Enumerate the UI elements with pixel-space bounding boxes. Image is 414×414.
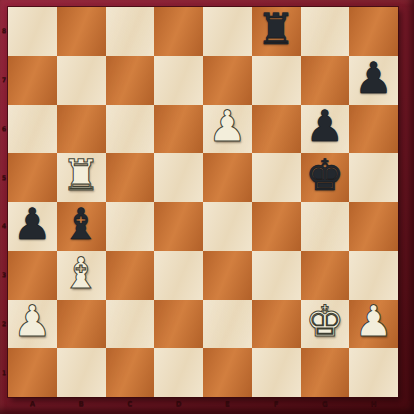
square-b5[interactable]: ♜ xyxy=(57,153,106,202)
square-h6[interactable] xyxy=(349,105,398,154)
black-pawn[interactable]: ♟ xyxy=(13,203,52,246)
square-c4[interactable] xyxy=(106,202,155,251)
square-e7[interactable] xyxy=(203,56,252,105)
square-b6[interactable] xyxy=(57,105,106,154)
square-e1[interactable] xyxy=(203,348,252,397)
white-king[interactable]: ♚ xyxy=(306,300,345,343)
square-d1[interactable] xyxy=(154,348,203,397)
square-f2[interactable] xyxy=(252,300,301,349)
square-h2[interactable]: ♟ xyxy=(349,300,398,349)
square-a2[interactable]: ♟ xyxy=(8,300,57,349)
square-h1[interactable] xyxy=(349,348,398,397)
black-pawn[interactable]: ♟ xyxy=(354,57,393,100)
rank-label-5: 5 xyxy=(0,153,8,202)
black-rook[interactable]: ♜ xyxy=(257,8,296,51)
square-d4[interactable] xyxy=(154,202,203,251)
square-h3[interactable] xyxy=(349,251,398,300)
square-c3[interactable] xyxy=(106,251,155,300)
black-king[interactable]: ♚ xyxy=(306,154,345,197)
square-d5[interactable] xyxy=(154,153,203,202)
rank-label-6: 6 xyxy=(0,105,8,154)
square-g4[interactable] xyxy=(301,202,350,251)
square-c6[interactable] xyxy=(106,105,155,154)
file-label-b: B xyxy=(57,397,106,414)
square-c5[interactable] xyxy=(106,153,155,202)
square-d8[interactable] xyxy=(154,7,203,56)
square-d7[interactable] xyxy=(154,56,203,105)
file-label-g: G xyxy=(301,397,350,414)
square-g3[interactable] xyxy=(301,251,350,300)
white-rook[interactable]: ♜ xyxy=(62,154,101,197)
square-h7[interactable]: ♟ xyxy=(349,56,398,105)
square-e3[interactable] xyxy=(203,251,252,300)
square-h8[interactable] xyxy=(349,7,398,56)
square-a5[interactable] xyxy=(8,153,57,202)
file-label-f: F xyxy=(252,397,301,414)
square-g6[interactable]: ♟ xyxy=(301,105,350,154)
square-f8[interactable]: ♜ xyxy=(252,7,301,56)
square-d2[interactable] xyxy=(154,300,203,349)
square-g2[interactable]: ♚ xyxy=(301,300,350,349)
square-a1[interactable] xyxy=(8,348,57,397)
square-g1[interactable] xyxy=(301,348,350,397)
square-b8[interactable] xyxy=(57,7,106,56)
square-b3[interactable]: ♝ xyxy=(57,251,106,300)
rank-label-1: 1 xyxy=(0,348,8,397)
chess-board-frame: 87654321 ABCDEFGH ♜♟♟♟♜♚♟♝♝♟♚♟ xyxy=(0,0,414,414)
rank-labels: 87654321 xyxy=(0,7,8,397)
square-g5[interactable]: ♚ xyxy=(301,153,350,202)
file-labels: ABCDEFGH xyxy=(8,397,398,414)
square-e4[interactable] xyxy=(203,202,252,251)
white-pawn[interactable]: ♟ xyxy=(208,105,247,148)
square-b1[interactable] xyxy=(57,348,106,397)
square-c1[interactable] xyxy=(106,348,155,397)
square-f3[interactable] xyxy=(252,251,301,300)
square-a3[interactable] xyxy=(8,251,57,300)
square-a4[interactable]: ♟ xyxy=(8,202,57,251)
chess-board: ♜♟♟♟♜♚♟♝♝♟♚♟ xyxy=(8,7,398,397)
white-pawn[interactable]: ♟ xyxy=(354,300,393,343)
square-h4[interactable] xyxy=(349,202,398,251)
file-label-h: H xyxy=(349,397,398,414)
square-b7[interactable] xyxy=(57,56,106,105)
square-a7[interactable] xyxy=(8,56,57,105)
square-g8[interactable] xyxy=(301,7,350,56)
square-d3[interactable] xyxy=(154,251,203,300)
square-f5[interactable] xyxy=(252,153,301,202)
square-f1[interactable] xyxy=(252,348,301,397)
square-e6[interactable]: ♟ xyxy=(203,105,252,154)
rank-label-4: 4 xyxy=(0,202,8,251)
square-c7[interactable] xyxy=(106,56,155,105)
square-h5[interactable] xyxy=(349,153,398,202)
black-bishop[interactable]: ♝ xyxy=(62,203,101,246)
rank-label-8: 8 xyxy=(0,7,8,56)
square-d6[interactable] xyxy=(154,105,203,154)
square-e2[interactable] xyxy=(203,300,252,349)
white-pawn[interactable]: ♟ xyxy=(13,300,52,343)
square-g7[interactable] xyxy=(301,56,350,105)
file-label-d: D xyxy=(154,397,203,414)
square-f6[interactable] xyxy=(252,105,301,154)
rank-label-2: 2 xyxy=(0,300,8,349)
square-c2[interactable] xyxy=(106,300,155,349)
square-b2[interactable] xyxy=(57,300,106,349)
square-a6[interactable] xyxy=(8,105,57,154)
rank-label-3: 3 xyxy=(0,251,8,300)
file-label-e: E xyxy=(203,397,252,414)
square-f4[interactable] xyxy=(252,202,301,251)
square-e8[interactable] xyxy=(203,7,252,56)
square-b4[interactable]: ♝ xyxy=(57,202,106,251)
square-e5[interactable] xyxy=(203,153,252,202)
file-label-a: A xyxy=(8,397,57,414)
rank-label-7: 7 xyxy=(0,56,8,105)
file-label-c: C xyxy=(106,397,155,414)
square-a8[interactable] xyxy=(8,7,57,56)
square-f7[interactable] xyxy=(252,56,301,105)
black-pawn[interactable]: ♟ xyxy=(306,105,345,148)
square-c8[interactable] xyxy=(106,7,155,56)
white-bishop[interactable]: ♝ xyxy=(62,252,101,295)
